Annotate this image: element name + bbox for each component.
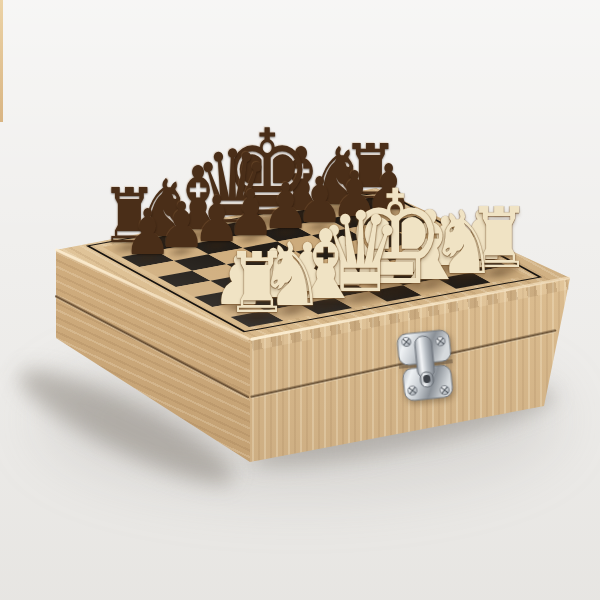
latch-clasp: [393, 327, 458, 405]
piece-white-rook[interactable]: ♜: [215, 242, 300, 325]
chess-box-photo: ♜♞♝♛♚♝♞♜♟♟♟♟♟♟♟♟♟♟♟♟♟♟♟♟♜♞♝♛♚♝♞♜: [0, 0, 600, 600]
box-corner-edge: [0, 0, 3, 122]
piece-black-pawn[interactable]: ♟: [115, 201, 179, 264]
